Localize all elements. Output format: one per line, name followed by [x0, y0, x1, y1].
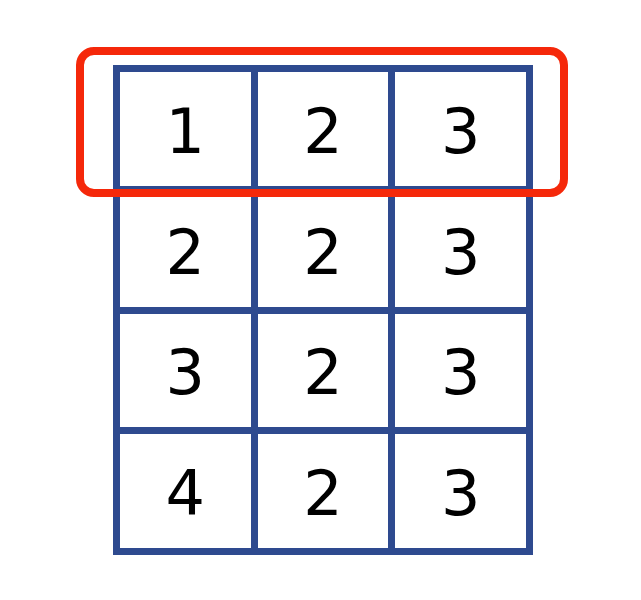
grid-cell-r2c3: 3	[395, 193, 526, 307]
grid-cell-r1c3: 3	[395, 72, 526, 186]
diagram-canvas: 123223323423	[0, 0, 641, 600]
grid-cell-r4c2: 2	[258, 434, 389, 548]
grid-cell-r1c2: 2	[258, 72, 389, 186]
grid-cell-r3c3: 3	[395, 314, 526, 428]
grid-cell-r3c2: 2	[258, 314, 389, 428]
grid-cell-r3c1: 3	[120, 314, 251, 428]
grid-cell-r1c1: 1	[120, 72, 251, 186]
grid-cell-r2c2: 2	[258, 193, 389, 307]
grid-cell-r2c1: 2	[120, 193, 251, 307]
grid-cell-r4c3: 3	[395, 434, 526, 548]
grid-cell-r4c1: 4	[120, 434, 251, 548]
number-grid-board: 123223323423	[113, 65, 533, 555]
